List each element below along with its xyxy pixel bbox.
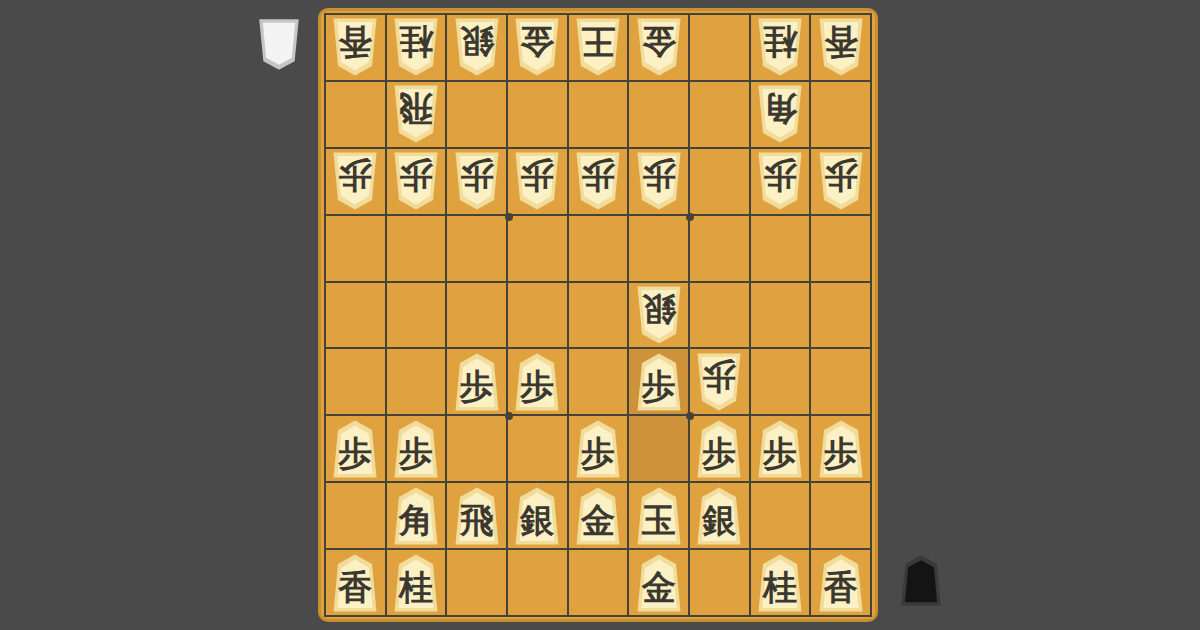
sente-lance-piece[interactable]: 香 [330,553,380,613]
sente-pawn-piece[interactable]: 歩 [694,419,744,479]
square-1g[interactable]: 歩 [811,416,870,481]
square-4i[interactable]: 金 [629,550,688,615]
gote-pawn-piece[interactable]: 歩 [694,352,744,412]
square-4g[interactable] [629,416,688,481]
square-5b[interactable] [569,82,628,147]
piece-kanji: 玉 [634,486,684,546]
board-grid: 香桂銀金王金桂香飛角歩歩歩歩歩歩歩歩銀歩歩歩歩歩歩歩歩歩歩角飛銀金玉銀香桂金桂香 [324,13,872,617]
square-2b[interactable]: 角 [751,82,810,147]
square-6d[interactable] [508,216,567,281]
sente-silver-piece[interactable]: 銀 [512,486,562,546]
square-4h[interactable]: 玉 [629,483,688,548]
square-6h[interactable]: 銀 [508,483,567,548]
sente-bishop-piece[interactable]: 角 [391,486,441,546]
square-2c[interactable]: 歩 [751,149,810,214]
piece-kanji: 角 [755,84,805,144]
sente-king-piece[interactable]: 玉 [634,486,684,546]
square-3c[interactable] [690,149,749,214]
square-8b[interactable]: 飛 [387,82,446,147]
square-3g[interactable]: 歩 [690,416,749,481]
square-9c[interactable]: 歩 [326,149,385,214]
square-7b[interactable] [447,82,506,147]
square-4e[interactable]: 銀 [629,283,688,348]
sente-knight-piece[interactable]: 桂 [391,553,441,613]
square-8a[interactable]: 桂 [387,15,446,80]
piece-kanji: 飛 [391,84,441,144]
square-1a[interactable]: 香 [811,15,870,80]
piece-kanji: 歩 [391,151,441,211]
square-8f[interactable] [387,349,446,414]
square-7e[interactable] [447,283,506,348]
piece-kanji: 歩 [816,151,866,211]
gote-king-piece[interactable]: 王 [573,17,623,77]
square-6g[interactable] [508,416,567,481]
square-2i[interactable]: 桂 [751,550,810,615]
square-7a[interactable]: 銀 [447,15,506,80]
piece-kanji: 歩 [694,419,744,479]
square-8i[interactable]: 桂 [387,550,446,615]
square-6f[interactable]: 歩 [508,349,567,414]
sente-pawn-piece[interactable]: 歩 [816,419,866,479]
gote-pawn-piece[interactable]: 歩 [816,151,866,211]
square-3f[interactable]: 歩 [690,349,749,414]
gote-player-indicator [256,18,302,71]
piece-kanji: 香 [816,553,866,613]
square-2f[interactable] [751,349,810,414]
square-4c[interactable]: 歩 [629,149,688,214]
square-4b[interactable] [629,82,688,147]
piece-kanji: 歩 [573,151,623,211]
piece-kanji: 桂 [391,553,441,613]
white-piece-icon [256,18,302,71]
piece-kanji: 金 [634,553,684,613]
square-3i[interactable] [690,550,749,615]
piece-kanji: 桂 [755,553,805,613]
square-3e[interactable] [690,283,749,348]
square-9b[interactable] [326,82,385,147]
gote-pawn-piece[interactable]: 歩 [330,151,380,211]
square-8d[interactable] [387,216,446,281]
square-7i[interactable] [447,550,506,615]
square-6b[interactable] [508,82,567,147]
square-7g[interactable] [447,416,506,481]
sente-pawn-piece[interactable]: 歩 [391,419,441,479]
piece-kanji: 歩 [573,419,623,479]
gote-silver-piece[interactable]: 銀 [634,285,684,345]
square-9f[interactable] [326,349,385,414]
piece-kanji: 歩 [634,151,684,211]
piece-kanji: 角 [391,486,441,546]
square-7d[interactable] [447,216,506,281]
star-point [505,412,513,420]
piece-kanji: 歩 [391,419,441,479]
piece-kanji: 歩 [330,151,380,211]
gote-knight-piece[interactable]: 桂 [391,17,441,77]
square-5d[interactable] [569,216,628,281]
square-9a[interactable]: 香 [326,15,385,80]
square-6c[interactable]: 歩 [508,149,567,214]
piece-kanji: 銀 [512,486,562,546]
square-1e[interactable] [811,283,870,348]
square-5g[interactable]: 歩 [569,416,628,481]
star-point [686,213,694,221]
square-9h[interactable] [326,483,385,548]
sente-knight-piece[interactable]: 桂 [755,553,805,613]
piece-kanji: 銀 [634,285,684,345]
piece-kanji: 歩 [755,151,805,211]
sente-pawn-piece[interactable]: 歩 [330,419,380,479]
piece-kanji: 歩 [694,352,744,412]
piece-kanji: 金 [573,486,623,546]
square-1c[interactable]: 歩 [811,149,870,214]
sente-pawn-piece[interactable]: 歩 [634,352,684,412]
piece-kanji: 桂 [755,17,805,77]
square-2a[interactable]: 桂 [751,15,810,80]
square-1h[interactable] [811,483,870,548]
square-4f[interactable]: 歩 [629,349,688,414]
piece-kanji: 銀 [694,486,744,546]
square-2e[interactable] [751,283,810,348]
square-9d[interactable] [326,216,385,281]
square-2d[interactable] [751,216,810,281]
square-1i[interactable]: 香 [811,550,870,615]
square-7f[interactable]: 歩 [447,349,506,414]
sente-pawn-piece[interactable]: 歩 [452,352,502,412]
gote-silver-piece[interactable]: 銀 [452,17,502,77]
piece-kanji: 香 [330,17,380,77]
square-5a[interactable]: 王 [569,15,628,80]
piece-kanji: 歩 [755,419,805,479]
square-7h[interactable]: 飛 [447,483,506,548]
gote-knight-piece[interactable]: 桂 [755,17,805,77]
square-1d[interactable] [811,216,870,281]
piece-kanji: 香 [816,17,866,77]
square-3h[interactable]: 銀 [690,483,749,548]
gote-lance-piece[interactable]: 香 [330,17,380,77]
piece-kanji: 飛 [452,486,502,546]
piece-kanji: 桂 [391,17,441,77]
square-2h[interactable] [751,483,810,548]
square-5f[interactable] [569,349,628,414]
black-piece-icon [898,554,944,607]
gote-lance-piece[interactable]: 香 [816,17,866,77]
piece-kanji: 王 [573,17,623,77]
piece-kanji: 歩 [634,352,684,412]
gote-pawn-piece[interactable]: 歩 [755,151,805,211]
square-9g[interactable]: 歩 [326,416,385,481]
square-5e[interactable] [569,283,628,348]
gote-bishop-piece[interactable]: 角 [755,84,805,144]
sente-gold-piece[interactable]: 金 [634,553,684,613]
piece-kanji: 金 [512,17,562,77]
piece-kanji: 歩 [816,419,866,479]
gote-pawn-piece[interactable]: 歩 [573,151,623,211]
gote-rook-piece[interactable]: 飛 [391,84,441,144]
sente-pawn-piece[interactable]: 歩 [512,352,562,412]
square-4d[interactable] [629,216,688,281]
square-5h[interactable]: 金 [569,483,628,548]
sente-rook-piece[interactable]: 飛 [452,486,502,546]
sente-pawn-piece[interactable]: 歩 [573,419,623,479]
gote-gold-piece[interactable]: 金 [634,17,684,77]
gote-gold-piece[interactable]: 金 [512,17,562,77]
square-8h[interactable]: 角 [387,483,446,548]
piece-kanji: 歩 [452,151,502,211]
square-4a[interactable]: 金 [629,15,688,80]
piece-kanji: 歩 [452,352,502,412]
square-8e[interactable] [387,283,446,348]
sente-lance-piece[interactable]: 香 [816,553,866,613]
piece-kanji: 銀 [452,17,502,77]
sente-pawn-piece[interactable]: 歩 [755,419,805,479]
sente-gold-piece[interactable]: 金 [573,486,623,546]
square-1b[interactable] [811,82,870,147]
star-point [686,412,694,420]
square-8c[interactable]: 歩 [387,149,446,214]
sente-silver-piece[interactable]: 銀 [694,486,744,546]
piece-kanji: 香 [330,553,380,613]
square-1f[interactable] [811,349,870,414]
gote-pawn-piece[interactable]: 歩 [512,151,562,211]
piece-kanji: 歩 [330,419,380,479]
shogi-board: 香桂銀金王金桂香飛角歩歩歩歩歩歩歩歩銀歩歩歩歩歩歩歩歩歩歩角飛銀金玉銀香桂金桂香 [318,8,878,622]
square-5c[interactable]: 歩 [569,149,628,214]
square-6a[interactable]: 金 [508,15,567,80]
square-9i[interactable]: 香 [326,550,385,615]
square-3b[interactable] [690,82,749,147]
gote-pawn-piece[interactable]: 歩 [634,151,684,211]
square-3d[interactable] [690,216,749,281]
square-5i[interactable] [569,550,628,615]
square-8g[interactable]: 歩 [387,416,446,481]
square-2g[interactable]: 歩 [751,416,810,481]
square-6i[interactable] [508,550,567,615]
square-6e[interactable] [508,283,567,348]
piece-kanji: 歩 [512,352,562,412]
square-3a[interactable] [690,15,749,80]
piece-kanji: 歩 [512,151,562,211]
square-9e[interactable] [326,283,385,348]
sente-player-indicator [898,554,944,607]
gote-pawn-piece[interactable]: 歩 [391,151,441,211]
piece-kanji: 金 [634,17,684,77]
star-point [505,213,513,221]
square-7c[interactable]: 歩 [447,149,506,214]
gote-pawn-piece[interactable]: 歩 [452,151,502,211]
